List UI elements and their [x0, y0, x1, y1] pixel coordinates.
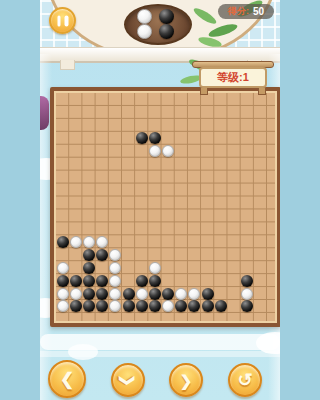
black-stone: [149, 275, 161, 287]
pause-button[interactable]: [49, 7, 76, 34]
black-stone: [149, 288, 161, 300]
move-left-button[interactable]: ❮: [48, 360, 86, 398]
level-sign-leg: [200, 87, 208, 95]
black-stone: [136, 300, 148, 312]
black-stone: [123, 288, 135, 300]
chevron-right-icon: ❯: [180, 373, 193, 388]
white-stone: [57, 300, 69, 312]
chevron-left-icon: ❮: [60, 371, 74, 388]
black-stone: [83, 262, 95, 274]
black-stone: [123, 300, 135, 312]
black-stone: [83, 249, 95, 261]
game-screen: 得分: 50 等级:1 ❮ ❯ ❯ ↺: [40, 0, 280, 400]
white-stone: [83, 236, 95, 248]
white-stone: [149, 145, 161, 157]
move-right-button[interactable]: ❯: [169, 363, 203, 397]
game-board: [50, 87, 280, 327]
white-stone: [162, 145, 174, 157]
black-stone: [241, 275, 253, 287]
black-stone: [96, 288, 108, 300]
black-stone: [70, 275, 82, 287]
black-stone: [188, 300, 200, 312]
black-stone: [96, 275, 108, 287]
level-sign: 等级:1: [192, 61, 274, 95]
white-stone: [57, 262, 69, 274]
white-stone: [70, 236, 82, 248]
white-stone: [109, 300, 121, 312]
move-down-button[interactable]: ❯: [111, 363, 145, 397]
black-stone: [57, 275, 69, 287]
black-stone: [83, 275, 95, 287]
pause-icon: [57, 15, 68, 26]
black-stone: [175, 300, 187, 312]
white-stone: [109, 262, 121, 274]
white-stone: [109, 288, 121, 300]
black-stone: [136, 132, 148, 144]
white-stone: [149, 262, 161, 274]
black-stone: [149, 132, 161, 144]
black-preview-stone: [159, 9, 174, 24]
black-stone: [149, 300, 161, 312]
white-preview-stone: [137, 9, 152, 24]
black-stone: [202, 300, 214, 312]
railing: [40, 334, 280, 350]
lantern-decor: [40, 96, 49, 130]
board-grid[interactable]: [56, 93, 275, 321]
undo-icon: ↺: [237, 371, 252, 389]
score-label: 得分:: [228, 7, 249, 16]
white-stone: [162, 300, 174, 312]
undo-button[interactable]: ↺: [228, 363, 262, 397]
black-stone: [162, 288, 174, 300]
level-text: 等级:1: [217, 72, 249, 83]
railing-shadow: [40, 351, 280, 357]
score-pill: 得分: 50: [218, 4, 274, 19]
white-preview-stone: [137, 24, 152, 39]
black-stone: [83, 288, 95, 300]
black-stone: [83, 300, 95, 312]
black-stone: [96, 300, 108, 312]
black-stone: [57, 236, 69, 248]
black-stone: [136, 275, 148, 287]
white-stone: [136, 288, 148, 300]
next-pieces-tray: [124, 4, 192, 45]
beam-post: [60, 60, 75, 70]
level-sign-leg: [258, 87, 266, 95]
white-stone: [188, 288, 200, 300]
white-stone: [109, 249, 121, 261]
white-stone: [70, 288, 82, 300]
white-stone: [109, 275, 121, 287]
chevron-down-icon: ❯: [120, 374, 135, 387]
black-stone: [202, 288, 214, 300]
level-plaque: 等级:1: [199, 67, 267, 88]
white-stone: [57, 288, 69, 300]
black-stone: [70, 300, 82, 312]
black-stone: [215, 300, 227, 312]
black-stone: [96, 249, 108, 261]
white-stone: [241, 288, 253, 300]
black-stone: [241, 300, 253, 312]
white-stone: [96, 236, 108, 248]
white-stone: [175, 288, 187, 300]
black-preview-stone: [159, 24, 174, 39]
score-value: 50: [253, 7, 264, 17]
